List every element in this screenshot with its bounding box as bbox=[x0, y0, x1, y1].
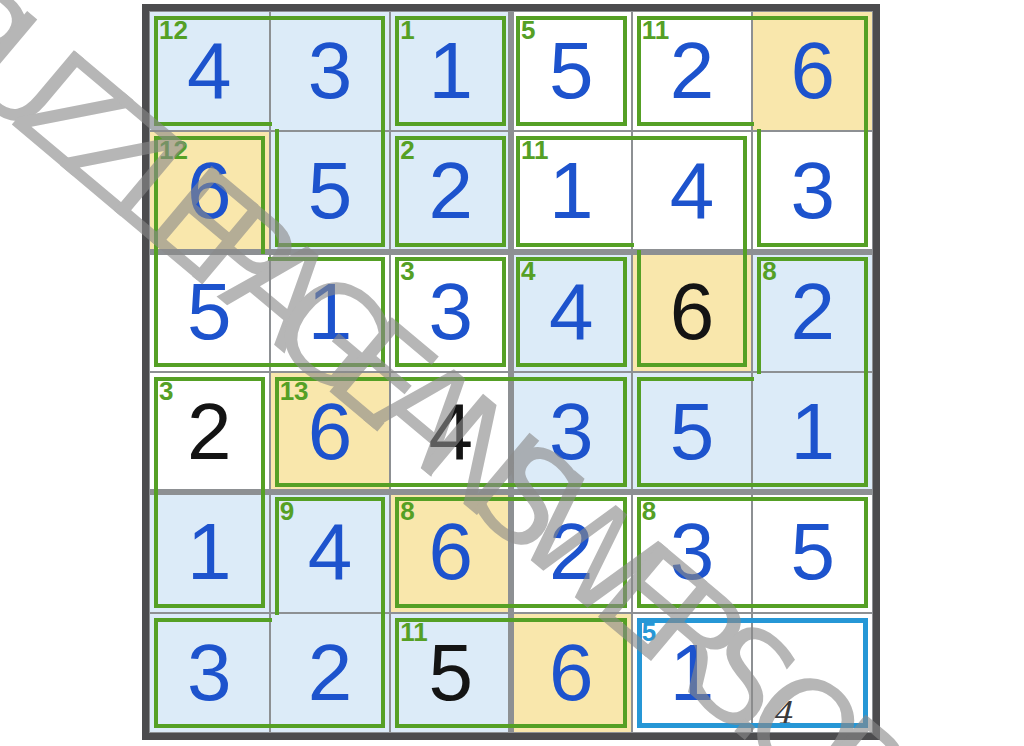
cell-r6c6[interactable]: 4 bbox=[752, 613, 873, 733]
cell-r5c5[interactable]: 83 bbox=[632, 492, 753, 612]
cell-r3c2[interactable]: 1 bbox=[270, 252, 391, 372]
cage-sum-label: 8 bbox=[400, 498, 414, 524]
cell-r4c2[interactable]: 136 bbox=[270, 372, 391, 492]
cell-r5c1[interactable]: 1 bbox=[149, 492, 270, 612]
box-divider-horizontal-1 bbox=[149, 249, 873, 255]
cell-value: 5 bbox=[753, 493, 872, 611]
cell-r6c1[interactable]: 3 bbox=[149, 613, 270, 733]
cell-r3c5[interactable]: 6 bbox=[632, 252, 753, 372]
cage-sum-label: 13 bbox=[280, 378, 309, 404]
cage-sum-label: 5 bbox=[521, 17, 535, 43]
cell-value: 1 bbox=[150, 493, 269, 611]
cell-r2c3[interactable]: 22 bbox=[390, 131, 511, 251]
cell-r1c6[interactable]: 6 bbox=[752, 11, 873, 131]
killer-sudoku-board: 1243115511261265221114351334468232136435… bbox=[142, 4, 880, 740]
cell-value: 3 bbox=[150, 614, 269, 732]
box-divider-vertical bbox=[508, 11, 514, 733]
cell-r5c4[interactable]: 2 bbox=[511, 492, 632, 612]
cage-sum-label: 12 bbox=[159, 17, 188, 43]
cell-r2c5[interactable]: 4 bbox=[632, 131, 753, 251]
cell-value: 1 bbox=[753, 373, 872, 491]
cell-value: 3 bbox=[271, 12, 390, 130]
cell-r4c1[interactable]: 32 bbox=[149, 372, 270, 492]
cage-sum-label: 12 bbox=[159, 137, 188, 163]
cage-sum-label: 8 bbox=[642, 498, 656, 524]
cell-r1c2[interactable]: 3 bbox=[270, 11, 391, 131]
cell-value: 2 bbox=[271, 614, 390, 732]
cell-r3c1[interactable]: 5 bbox=[149, 252, 270, 372]
cell-r5c6[interactable]: 5 bbox=[752, 492, 873, 612]
cell-value: 2 bbox=[512, 493, 631, 611]
cell-r4c6[interactable]: 1 bbox=[752, 372, 873, 492]
cage-sum-label: 11 bbox=[521, 137, 549, 163]
cage-sum-label: 11 bbox=[400, 619, 428, 645]
cell-r3c6[interactable]: 82 bbox=[752, 252, 873, 372]
cell-value: 6 bbox=[633, 253, 752, 371]
cell-r4c4[interactable]: 3 bbox=[511, 372, 632, 492]
cell-r6c3[interactable]: 115 bbox=[390, 613, 511, 733]
cell-r1c4[interactable]: 55 bbox=[511, 11, 632, 131]
cage-sum-label: 11 bbox=[642, 17, 670, 43]
cage-sum-label: 4 bbox=[521, 258, 535, 284]
cell-value: 1 bbox=[271, 253, 390, 371]
cell-r5c3[interactable]: 86 bbox=[390, 492, 511, 612]
cell-r1c3[interactable]: 11 bbox=[390, 11, 511, 131]
cell-r1c1[interactable]: 124 bbox=[149, 11, 270, 131]
cell-r1c5[interactable]: 112 bbox=[632, 11, 753, 131]
cell-value: 5 bbox=[271, 132, 390, 250]
cell-r6c5[interactable]: 51 bbox=[632, 613, 753, 733]
cell-r5c2[interactable]: 94 bbox=[270, 492, 391, 612]
cell-r4c3[interactable]: 4 bbox=[390, 372, 511, 492]
cell-r2c1[interactable]: 126 bbox=[149, 131, 270, 251]
cage-sum-label: 8 bbox=[762, 258, 776, 284]
cell-r3c3[interactable]: 33 bbox=[390, 252, 511, 372]
cage-sum-label: 1 bbox=[400, 17, 414, 43]
cage-sum-label: 3 bbox=[159, 378, 173, 404]
cell-r4c5[interactable]: 5 bbox=[632, 372, 753, 492]
box-divider-horizontal-2 bbox=[149, 489, 873, 495]
cell-value: 5 bbox=[150, 253, 269, 371]
cell-value: 5 bbox=[633, 373, 752, 491]
cell-value: 4 bbox=[391, 373, 510, 491]
cage-sum-label: 2 bbox=[400, 137, 414, 163]
cell-value: 6 bbox=[753, 12, 872, 130]
cage-sum-label: 3 bbox=[400, 258, 414, 284]
cell-r6c2[interactable]: 2 bbox=[270, 613, 391, 733]
cell-r2c2[interactable]: 5 bbox=[270, 131, 391, 251]
cell-value: 6 bbox=[512, 614, 631, 732]
cell-value: 4 bbox=[633, 132, 752, 250]
cell-value: 3 bbox=[512, 373, 631, 491]
pencil-mark: 4 bbox=[772, 698, 792, 729]
cell-r2c6[interactable]: 3 bbox=[752, 131, 873, 251]
cage-sum-label: 9 bbox=[280, 498, 294, 524]
cage-sum-label: 5 bbox=[642, 619, 656, 645]
cell-value: 3 bbox=[753, 132, 872, 250]
cell-r2c4[interactable]: 111 bbox=[511, 131, 632, 251]
cell-r3c4[interactable]: 44 bbox=[511, 252, 632, 372]
cage-outline bbox=[750, 618, 868, 728]
cell-r6c4[interactable]: 6 bbox=[511, 613, 632, 733]
